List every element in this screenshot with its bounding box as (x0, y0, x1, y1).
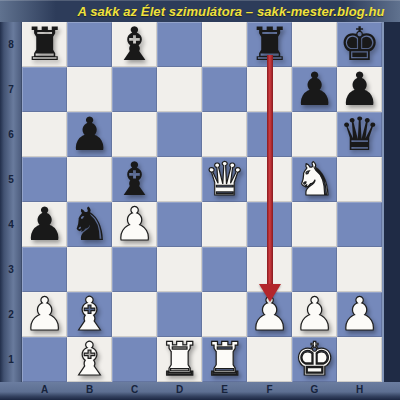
square-a8[interactable]: ♜ (22, 22, 67, 67)
piece-black-bishop[interactable]: ♝ (112, 157, 157, 202)
square-f7[interactable] (247, 67, 292, 112)
file-label-a: A (22, 382, 67, 396)
piece-white-bishop[interactable]: ♝ (67, 292, 112, 337)
square-c7[interactable] (112, 67, 157, 112)
square-f2[interactable]: ♟ (247, 292, 292, 337)
piece-white-rook[interactable]: ♜ (157, 337, 202, 382)
square-f3[interactable] (247, 247, 292, 292)
square-e6[interactable] (202, 112, 247, 157)
square-h2[interactable]: ♟ (337, 292, 382, 337)
square-b7[interactable] (67, 67, 112, 112)
square-b3[interactable] (67, 247, 112, 292)
rank-label-5: 5 (0, 157, 22, 202)
rank-coordinates: 87654321 (0, 22, 22, 382)
rank-label-3: 3 (0, 247, 22, 292)
piece-black-pawn[interactable]: ♟ (67, 112, 112, 157)
square-h1[interactable] (337, 337, 382, 382)
square-e2[interactable] (202, 292, 247, 337)
piece-black-queen[interactable]: ♛ (337, 112, 382, 157)
piece-white-rook[interactable]: ♜ (202, 337, 247, 382)
square-d3[interactable] (157, 247, 202, 292)
square-b2[interactable]: ♝ (67, 292, 112, 337)
chess-diagram: A sakk az Élet szimulátora – sakk-mester… (0, 0, 400, 400)
square-h5[interactable] (337, 157, 382, 202)
piece-white-pawn[interactable]: ♟ (247, 292, 292, 337)
file-label-h: H (337, 382, 382, 396)
square-a5[interactable] (22, 157, 67, 202)
square-a2[interactable]: ♟ (22, 292, 67, 337)
square-g2[interactable]: ♟ (292, 292, 337, 337)
chess-board: ♜♝♜♚♟♟♟♛♝♛♞♟♞♟♟♝♟♟♟♝♜♜♚ (22, 22, 382, 382)
file-label-f: F (247, 382, 292, 396)
square-g1[interactable]: ♚ (292, 337, 337, 382)
rank-label-8: 8 (0, 22, 22, 67)
square-f5[interactable] (247, 157, 292, 202)
square-g8[interactable] (292, 22, 337, 67)
piece-black-pawn[interactable]: ♟ (337, 67, 382, 112)
piece-black-rook[interactable]: ♜ (22, 22, 67, 67)
square-d5[interactable] (157, 157, 202, 202)
square-a4[interactable]: ♟ (22, 202, 67, 247)
piece-black-pawn[interactable]: ♟ (22, 202, 67, 247)
square-d1[interactable]: ♜ (157, 337, 202, 382)
file-label-c: C (112, 382, 157, 396)
square-d4[interactable] (157, 202, 202, 247)
square-g3[interactable] (292, 247, 337, 292)
file-coordinates: ABCDEFGH (0, 382, 400, 400)
square-h8[interactable]: ♚ (337, 22, 382, 67)
piece-black-pawn[interactable]: ♟ (292, 67, 337, 112)
square-f8[interactable]: ♜ (247, 22, 292, 67)
square-e5[interactable]: ♛ (202, 157, 247, 202)
rank-label-2: 2 (0, 292, 22, 337)
rank-label-6: 6 (0, 112, 22, 157)
square-c5[interactable]: ♝ (112, 157, 157, 202)
square-b8[interactable] (67, 22, 112, 67)
square-e4[interactable] (202, 202, 247, 247)
square-g4[interactable] (292, 202, 337, 247)
square-h7[interactable]: ♟ (337, 67, 382, 112)
piece-white-pawn[interactable]: ♟ (337, 292, 382, 337)
square-a1[interactable] (22, 337, 67, 382)
square-f4[interactable] (247, 202, 292, 247)
rank-label-1: 1 (0, 337, 22, 382)
piece-white-bishop[interactable]: ♝ (67, 337, 112, 382)
square-g5[interactable]: ♞ (292, 157, 337, 202)
piece-black-rook[interactable]: ♜ (247, 22, 292, 67)
square-e8[interactable] (202, 22, 247, 67)
piece-black-bishop[interactable]: ♝ (112, 22, 157, 67)
square-a3[interactable] (22, 247, 67, 292)
square-c8[interactable]: ♝ (112, 22, 157, 67)
piece-black-king[interactable]: ♚ (337, 22, 382, 67)
square-a6[interactable] (22, 112, 67, 157)
square-a7[interactable] (22, 67, 67, 112)
square-h4[interactable] (337, 202, 382, 247)
square-g6[interactable] (292, 112, 337, 157)
piece-white-pawn[interactable]: ♟ (112, 202, 157, 247)
square-d7[interactable] (157, 67, 202, 112)
piece-white-queen[interactable]: ♛ (202, 157, 247, 202)
square-b6[interactable]: ♟ (67, 112, 112, 157)
square-c1[interactable] (112, 337, 157, 382)
square-f1[interactable] (247, 337, 292, 382)
square-h6[interactable]: ♛ (337, 112, 382, 157)
piece-white-pawn[interactable]: ♟ (292, 292, 337, 337)
piece-white-pawn[interactable]: ♟ (22, 292, 67, 337)
square-c6[interactable] (112, 112, 157, 157)
square-e1[interactable]: ♜ (202, 337, 247, 382)
square-g7[interactable]: ♟ (292, 67, 337, 112)
square-b1[interactable]: ♝ (67, 337, 112, 382)
square-b4[interactable]: ♞ (67, 202, 112, 247)
square-c4[interactable]: ♟ (112, 202, 157, 247)
square-c2[interactable] (112, 292, 157, 337)
square-e7[interactable] (202, 67, 247, 112)
square-d2[interactable] (157, 292, 202, 337)
piece-white-king[interactable]: ♚ (292, 337, 337, 382)
square-b5[interactable] (67, 157, 112, 202)
rank-label-4: 4 (0, 202, 22, 247)
square-d8[interactable] (157, 22, 202, 67)
piece-white-knight[interactable]: ♞ (292, 157, 337, 202)
rank-label-7: 7 (0, 67, 22, 112)
square-e3[interactable] (202, 247, 247, 292)
board-right-frame (382, 22, 400, 382)
square-f6[interactable] (247, 112, 292, 157)
piece-black-knight[interactable]: ♞ (67, 202, 112, 247)
square-c3[interactable] (112, 247, 157, 292)
square-d6[interactable] (157, 112, 202, 157)
square-h3[interactable] (337, 247, 382, 292)
